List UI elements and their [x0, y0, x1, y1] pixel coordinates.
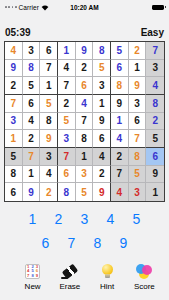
cell-r1c3[interactable]: 6 — [40, 42, 58, 60]
cell-r4c2[interactable]: 6 — [23, 95, 41, 113]
cell-r3c6[interactable]: 3 — [93, 77, 111, 95]
numpad-4[interactable]: 4 — [98, 211, 124, 227]
score-button[interactable]: Score — [126, 260, 163, 300]
cell-r2c7[interactable]: 6 — [111, 60, 129, 78]
cell-r6c7[interactable]: 4 — [111, 130, 129, 148]
erase-button[interactable]: Erase — [51, 260, 88, 300]
cell-r3c3[interactable]: 1 — [40, 77, 58, 95]
cell-r1c8[interactable]: 2 — [129, 42, 147, 60]
bottom-toolbar: 123456789 New Erase Hint Score — [0, 258, 169, 300]
cell-r6c3[interactable]: 9 — [40, 130, 58, 148]
cell-r7c2[interactable]: 7 — [23, 148, 41, 166]
cell-r4c6[interactable]: 1 — [93, 95, 111, 113]
cell-r1c7[interactable]: 5 — [111, 42, 129, 60]
cell-r4c7[interactable]: 9 — [111, 95, 129, 113]
cell-r9c2[interactable]: 9 — [23, 183, 41, 201]
cell-r8c6[interactable]: 2 — [93, 166, 111, 184]
difficulty-label: Easy — [141, 27, 164, 38]
cell-r9c7[interactable]: 4 — [111, 183, 129, 201]
cell-r1c1[interactable]: 4 — [5, 42, 23, 60]
cell-r7c9[interactable]: 6 — [146, 148, 164, 166]
cell-r8c5[interactable]: 3 — [76, 166, 94, 184]
numpad-5[interactable]: 5 — [124, 211, 150, 227]
new-game-button[interactable]: 123456789 New — [14, 260, 51, 300]
timer-label: 05:39 — [5, 27, 31, 38]
cell-r1c4[interactable]: 1 — [58, 42, 76, 60]
eraser-icon — [61, 264, 78, 279]
cell-r7c7[interactable]: 2 — [111, 148, 129, 166]
cell-r5c8[interactable]: 6 — [129, 113, 147, 131]
cell-r2c5[interactable]: 2 — [76, 60, 94, 78]
overlapping-circles-icon — [135, 264, 153, 280]
cell-r6c2[interactable]: 2 — [23, 130, 41, 148]
numpad-3[interactable]: 3 — [72, 211, 98, 227]
cell-r4c1[interactable]: 7 — [5, 95, 23, 113]
cell-r2c4[interactable]: 4 — [58, 60, 76, 78]
cell-r5c7[interactable]: 1 — [111, 113, 129, 131]
cell-r6c9[interactable]: 5 — [146, 130, 164, 148]
cell-r4c3[interactable]: 5 — [40, 95, 58, 113]
cell-r7c5[interactable]: 1 — [76, 148, 94, 166]
cell-r4c9[interactable]: 8 — [146, 95, 164, 113]
cell-r6c4[interactable]: 3 — [58, 130, 76, 148]
cell-r9c8[interactable]: 3 — [129, 183, 147, 201]
cell-r7c4[interactable]: 7 — [58, 148, 76, 166]
cell-r8c8[interactable]: 5 — [129, 166, 147, 184]
cell-r2c1[interactable]: 9 — [5, 60, 23, 78]
cell-r6c5[interactable]: 8 — [76, 130, 94, 148]
hint-button[interactable]: Hint — [89, 260, 126, 300]
cell-r5c5[interactable]: 7 — [76, 113, 94, 131]
cell-r5c6[interactable]: 9 — [93, 113, 111, 131]
erase-label: Erase — [59, 282, 80, 291]
hint-label: Hint — [100, 282, 114, 291]
cellular-signal-icon — [5, 6, 17, 8]
cell-r9c6[interactable]: 9 — [93, 183, 111, 201]
cell-r5c9[interactable]: 2 — [146, 113, 164, 131]
cell-r2c2[interactable]: 8 — [23, 60, 41, 78]
cell-r3c5[interactable]: 6 — [76, 77, 94, 95]
numpad-8[interactable]: 8 — [85, 235, 111, 251]
cell-r7c3[interactable]: 3 — [40, 148, 58, 166]
cell-r1c9[interactable]: 7 — [146, 42, 164, 60]
cell-r2c9[interactable]: 3 — [146, 60, 164, 78]
number-pad: 12345 6789 — [0, 207, 169, 255]
cell-r9c3[interactable]: 2 — [40, 183, 58, 201]
sudoku-board: 4361985279874256132517638947652419383485… — [4, 41, 165, 202]
cell-r5c2[interactable]: 4 — [23, 113, 41, 131]
numpad-row-1: 12345 — [0, 207, 169, 231]
cell-r4c8[interactable]: 3 — [129, 95, 147, 113]
numpad-1[interactable]: 1 — [20, 211, 46, 227]
cell-r4c4[interactable]: 2 — [58, 95, 76, 113]
cell-r3c2[interactable]: 5 — [23, 77, 41, 95]
cell-r5c3[interactable]: 8 — [40, 113, 58, 131]
cell-r7c6[interactable]: 4 — [93, 148, 111, 166]
cell-r3c7[interactable]: 8 — [111, 77, 129, 95]
cell-r6c1[interactable]: 1 — [5, 130, 23, 148]
cell-r8c3[interactable]: 4 — [40, 166, 58, 184]
cell-r8c9[interactable]: 9 — [146, 166, 164, 184]
status-bar: Carrier 10:20 AM — [0, 0, 169, 14]
cell-r2c8[interactable]: 1 — [129, 60, 147, 78]
carrier-label: Carrier — [19, 4, 40, 11]
cell-r4c5[interactable]: 4 — [76, 95, 94, 113]
cell-r7c1[interactable]: 5 — [5, 148, 23, 166]
numpad-6[interactable]: 6 — [33, 235, 59, 251]
cell-r3c1[interactable]: 2 — [5, 77, 23, 95]
score-label: Score — [134, 282, 155, 291]
cell-r5c1[interactable]: 3 — [5, 113, 23, 131]
cell-r9c9[interactable]: 1 — [146, 183, 164, 201]
new-game-label: New — [25, 282, 41, 291]
cell-r2c6[interactable]: 5 — [93, 60, 111, 78]
cell-r6c6[interactable]: 6 — [93, 130, 111, 148]
cell-r3c8[interactable]: 9 — [129, 77, 147, 95]
numpad-2[interactable]: 2 — [46, 211, 72, 227]
cell-r1c2[interactable]: 3 — [23, 42, 41, 60]
numpad-row-2: 6789 — [0, 231, 169, 255]
cell-r2c3[interactable]: 7 — [40, 60, 58, 78]
cell-r3c9[interactable]: 4 — [146, 77, 164, 95]
cell-r9c5[interactable]: 5 — [76, 183, 94, 201]
wifi-icon — [41, 4, 49, 11]
cell-r1c6[interactable]: 8 — [93, 42, 111, 60]
game-header: 05:39 Easy — [0, 27, 169, 38]
cell-r6c8[interactable]: 7 — [129, 130, 147, 148]
cell-r1c5[interactable]: 9 — [76, 42, 94, 60]
cell-r8c7[interactable]: 7 — [111, 166, 129, 184]
cell-r9c1[interactable]: 6 — [5, 183, 23, 201]
cell-r3c4[interactable]: 7 — [58, 77, 76, 95]
cell-r8c4[interactable]: 6 — [58, 166, 76, 184]
battery-icon — [152, 5, 164, 10]
cell-r7c8[interactable]: 8 — [129, 148, 147, 166]
cell-r8c2[interactable]: 1 — [23, 166, 41, 184]
new-game-grid-icon: 123456789 — [25, 264, 40, 279]
cell-r9c4[interactable]: 8 — [58, 183, 76, 201]
numpad-7[interactable]: 7 — [59, 235, 85, 251]
cell-r8c1[interactable]: 8 — [5, 166, 23, 184]
lightbulb-icon — [100, 264, 114, 280]
cell-r5c4[interactable]: 5 — [58, 113, 76, 131]
numpad-9[interactable]: 9 — [111, 235, 137, 251]
